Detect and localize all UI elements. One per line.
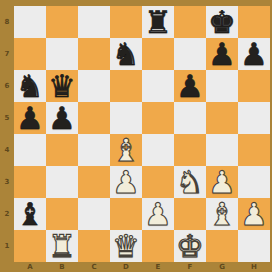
rank-labels: 87654321	[0, 6, 14, 262]
square-h1[interactable]	[238, 230, 270, 262]
square-g2[interactable]: ♝	[206, 198, 238, 230]
square-b4[interactable]	[46, 134, 78, 166]
square-d4[interactable]: ♝	[110, 134, 142, 166]
rank-label-4: 4	[0, 134, 14, 166]
square-a8[interactable]	[14, 6, 46, 38]
piece-black-knight[interactable]: ♞	[110, 38, 142, 70]
piece-black-pawn[interactable]: ♟	[174, 70, 206, 102]
piece-white-rook[interactable]: ♜	[46, 230, 78, 262]
square-c3[interactable]	[78, 166, 110, 198]
file-label-e: E	[142, 261, 174, 272]
square-b2[interactable]	[46, 198, 78, 230]
square-c8[interactable]	[78, 6, 110, 38]
square-a1[interactable]	[14, 230, 46, 262]
chess-board-widget: 87654321 ♜♚♞♟♟♞♛♟♟♟♝♟♞♟♝♟♝♟♜♛♚ ABCDEFGH	[0, 0, 272, 272]
square-c5[interactable]	[78, 102, 110, 134]
square-h8[interactable]	[238, 6, 270, 38]
piece-black-knight[interactable]: ♞	[14, 70, 46, 102]
file-label-a: A	[14, 261, 46, 272]
square-e1[interactable]	[142, 230, 174, 262]
piece-white-pawn[interactable]: ♟	[238, 198, 270, 230]
square-f4[interactable]	[174, 134, 206, 166]
square-e3[interactable]	[142, 166, 174, 198]
rank-label-5: 5	[0, 102, 14, 134]
square-f1[interactable]: ♚	[174, 230, 206, 262]
square-d5[interactable]	[110, 102, 142, 134]
square-f3[interactable]: ♞	[174, 166, 206, 198]
square-g6[interactable]	[206, 70, 238, 102]
square-d1[interactable]: ♛	[110, 230, 142, 262]
square-a2[interactable]: ♝	[14, 198, 46, 230]
piece-black-pawn[interactable]: ♟	[206, 38, 238, 70]
square-d2[interactable]	[110, 198, 142, 230]
rank-label-2: 2	[0, 198, 14, 230]
square-c2[interactable]	[78, 198, 110, 230]
piece-white-pawn[interactable]: ♟	[206, 166, 238, 198]
square-g5[interactable]	[206, 102, 238, 134]
piece-black-pawn[interactable]: ♟	[14, 102, 46, 134]
piece-white-bishop[interactable]: ♝	[110, 134, 142, 166]
piece-black-bishop[interactable]: ♝	[14, 198, 46, 230]
piece-black-rook[interactable]: ♜	[142, 6, 174, 38]
square-h6[interactable]	[238, 70, 270, 102]
file-label-c: C	[78, 261, 110, 272]
square-g8[interactable]: ♚	[206, 6, 238, 38]
file-label-d: D	[110, 261, 142, 272]
square-d7[interactable]: ♞	[110, 38, 142, 70]
square-f2[interactable]	[174, 198, 206, 230]
square-b8[interactable]	[46, 6, 78, 38]
square-g7[interactable]: ♟	[206, 38, 238, 70]
square-e6[interactable]	[142, 70, 174, 102]
file-label-g: G	[206, 261, 238, 272]
square-b7[interactable]	[46, 38, 78, 70]
square-f6[interactable]: ♟	[174, 70, 206, 102]
square-e5[interactable]	[142, 102, 174, 134]
square-b5[interactable]: ♟	[46, 102, 78, 134]
square-c7[interactable]	[78, 38, 110, 70]
file-label-f: F	[174, 261, 206, 272]
file-label-h: H	[238, 261, 270, 272]
square-e8[interactable]: ♜	[142, 6, 174, 38]
rank-label-3: 3	[0, 166, 14, 198]
piece-white-knight[interactable]: ♞	[174, 166, 206, 198]
square-f8[interactable]	[174, 6, 206, 38]
square-d8[interactable]	[110, 6, 142, 38]
square-c4[interactable]	[78, 134, 110, 166]
piece-black-king[interactable]: ♚	[206, 6, 238, 38]
square-g3[interactable]: ♟	[206, 166, 238, 198]
square-b6[interactable]: ♛	[46, 70, 78, 102]
square-a7[interactable]	[14, 38, 46, 70]
square-a3[interactable]	[14, 166, 46, 198]
piece-white-pawn[interactable]: ♟	[142, 198, 174, 230]
square-h3[interactable]	[238, 166, 270, 198]
square-a5[interactable]: ♟	[14, 102, 46, 134]
piece-white-bishop[interactable]: ♝	[206, 198, 238, 230]
square-b3[interactable]	[46, 166, 78, 198]
piece-black-pawn[interactable]: ♟	[46, 102, 78, 134]
chess-board[interactable]: ♜♚♞♟♟♞♛♟♟♟♝♟♞♟♝♟♝♟♜♛♚	[14, 6, 270, 262]
square-g1[interactable]	[206, 230, 238, 262]
square-f5[interactable]	[174, 102, 206, 134]
rank-label-7: 7	[0, 38, 14, 70]
square-e2[interactable]: ♟	[142, 198, 174, 230]
square-e4[interactable]	[142, 134, 174, 166]
square-f7[interactable]	[174, 38, 206, 70]
rank-label-8: 8	[0, 6, 14, 38]
file-label-b: B	[46, 261, 78, 272]
square-b1[interactable]: ♜	[46, 230, 78, 262]
square-d3[interactable]: ♟	[110, 166, 142, 198]
square-h2[interactable]: ♟	[238, 198, 270, 230]
rank-label-6: 6	[0, 70, 14, 102]
square-a4[interactable]	[14, 134, 46, 166]
piece-white-queen[interactable]: ♛	[110, 230, 142, 262]
square-h7[interactable]: ♟	[238, 38, 270, 70]
square-d6[interactable]	[110, 70, 142, 102]
square-a6[interactable]: ♞	[14, 70, 46, 102]
square-c6[interactable]	[78, 70, 110, 102]
square-h4[interactable]	[238, 134, 270, 166]
file-labels: ABCDEFGH	[14, 261, 270, 272]
piece-black-queen[interactable]: ♛	[46, 70, 78, 102]
piece-white-king[interactable]: ♚	[174, 230, 206, 262]
square-c1[interactable]	[78, 230, 110, 262]
piece-white-pawn[interactable]: ♟	[110, 166, 142, 198]
square-h5[interactable]	[238, 102, 270, 134]
square-e7[interactable]	[142, 38, 174, 70]
rank-label-1: 1	[0, 230, 14, 262]
piece-black-pawn[interactable]: ♟	[238, 38, 270, 70]
square-g4[interactable]	[206, 134, 238, 166]
